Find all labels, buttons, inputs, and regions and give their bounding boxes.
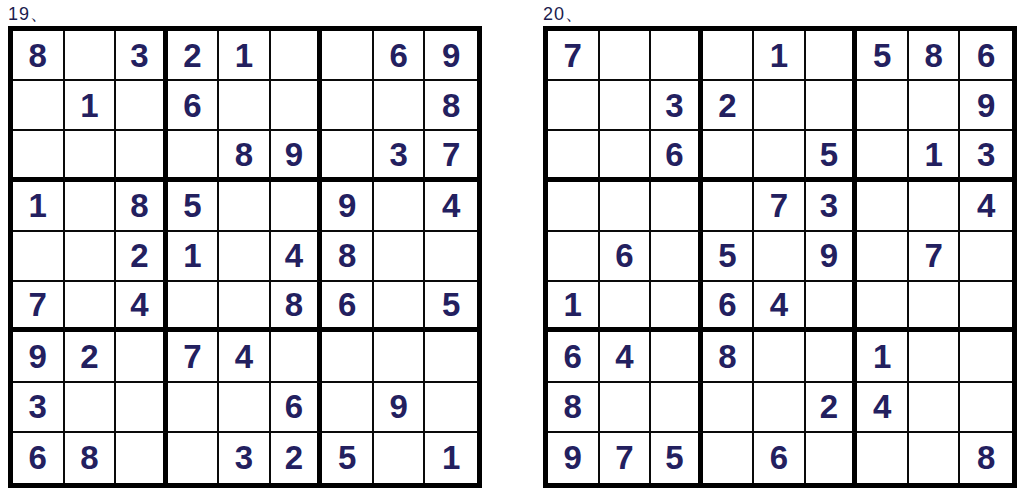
puzzle-19-label: 19、 [8,3,482,25]
cell-r8c1[interactable]: 3 [13,383,65,433]
cell-r7c9[interactable] [960,332,1012,382]
cell-r4c7[interactable] [857,182,909,232]
cell-r6c4[interactable]: 6 [703,282,755,332]
cell-r5c8[interactable] [374,232,426,282]
cell-r9c2[interactable]: 7 [600,433,652,483]
cell-r6c5[interactable] [219,282,271,332]
cell-r4c4[interactable] [703,182,755,232]
cell-r3c6[interactable]: 9 [271,131,323,181]
cell-r2c2[interactable] [600,81,652,131]
cell-r1c5[interactable]: 1 [754,31,806,81]
cell-r6c2[interactable] [65,282,117,332]
cell-r6c6[interactable]: 8 [271,282,323,332]
cell-r4c7[interactable]: 9 [322,182,374,232]
cell-r2c2[interactable]: 1 [65,81,117,131]
cell-r5c1[interactable] [13,232,65,282]
cell-r7c6[interactable] [271,332,323,382]
cell-r1c4[interactable]: 2 [168,31,220,81]
cell-r5c3[interactable]: 2 [116,232,168,282]
sudoku-board-19: 8321691688937185942148748659274369683251 [8,26,482,488]
cell-r2c5[interactable] [754,81,806,131]
cell-r5c6[interactable]: 9 [806,232,858,282]
cell-r7c8[interactable] [374,332,426,382]
cell-r3c1[interactable] [548,131,600,181]
cell-r2c3[interactable]: 3 [651,81,703,131]
cell-r4c1[interactable]: 1 [13,182,65,232]
cell-r1c9[interactable]: 9 [425,31,477,81]
cell-r3c5[interactable] [754,131,806,181]
cell-r3c1[interactable] [13,131,65,181]
cell-r5c6[interactable]: 4 [271,232,323,282]
cell-r3c2[interactable] [65,131,117,181]
cell-r5c2[interactable]: 6 [600,232,652,282]
cell-r3c7[interactable] [857,131,909,181]
cell-r4c4[interactable]: 5 [168,182,220,232]
cell-r4c8[interactable] [909,182,961,232]
cell-r8c4[interactable] [168,383,220,433]
cell-r1c8[interactable]: 6 [374,31,426,81]
cell-r4c6[interactable]: 3 [806,182,858,232]
cell-r3c9[interactable]: 3 [960,131,1012,181]
cell-r1c3[interactable] [651,31,703,81]
cell-r8c3[interactable] [651,383,703,433]
cell-r2c7[interactable] [322,81,374,131]
cell-r5c5[interactable] [219,232,271,282]
cell-r2c6[interactable] [271,81,323,131]
cell-r9c1[interactable]: 6 [13,433,65,483]
cell-r7c1[interactable]: 6 [548,332,600,382]
cell-r6c5[interactable]: 4 [754,282,806,332]
cell-r9c3[interactable] [116,433,168,483]
cell-r5c9[interactable] [425,232,477,282]
cell-r7c1[interactable]: 9 [13,332,65,382]
cell-r4c2[interactable] [65,182,117,232]
cell-r8c3[interactable] [116,383,168,433]
cell-r4c2[interactable] [600,182,652,232]
cell-r8c6[interactable]: 6 [271,383,323,433]
cell-r4c5[interactable]: 7 [754,182,806,232]
cell-r2c9[interactable]: 9 [960,81,1012,131]
cell-r8c4[interactable] [703,383,755,433]
cell-r1c4[interactable] [703,31,755,81]
puzzle-19: 19、 832169168893718594214874865927436968… [8,3,482,488]
cell-r8c5[interactable] [219,383,271,433]
cell-r2c1[interactable] [548,81,600,131]
cell-r7c6[interactable] [806,332,858,382]
cell-r1c8[interactable]: 8 [909,31,961,81]
cell-r9c6[interactable]: 2 [271,433,323,483]
cell-r8c7[interactable] [322,383,374,433]
cell-r6c1[interactable]: 1 [548,282,600,332]
cell-r6c3[interactable] [651,282,703,332]
cell-r8c8[interactable]: 9 [374,383,426,433]
cell-r1c7[interactable] [322,31,374,81]
cell-r5c9[interactable] [960,232,1012,282]
cell-r4c3[interactable] [651,182,703,232]
cell-r1c5[interactable]: 1 [219,31,271,81]
cell-r7c3[interactable] [651,332,703,382]
cell-r8c5[interactable] [754,383,806,433]
cell-r8c9[interactable] [425,383,477,433]
cell-r8c2[interactable] [600,383,652,433]
cell-r5c3[interactable] [651,232,703,282]
cell-r9c8[interactable] [374,433,426,483]
cell-r3c4[interactable] [168,131,220,181]
cell-r9c3[interactable]: 5 [651,433,703,483]
cell-r1c2[interactable] [65,31,117,81]
cell-r6c7[interactable]: 6 [322,282,374,332]
cell-r9c6[interactable] [806,433,858,483]
cell-r3c8[interactable]: 1 [909,131,961,181]
cell-r9c4[interactable] [703,433,755,483]
cell-r6c4[interactable] [168,282,220,332]
cell-r9c9[interactable]: 1 [425,433,477,483]
cell-r9c8[interactable] [909,433,961,483]
cell-r3c5[interactable]: 8 [219,131,271,181]
cell-r9c9[interactable]: 8 [960,433,1012,483]
cell-r1c6[interactable] [806,31,858,81]
cell-r9c4[interactable] [168,433,220,483]
cell-r9c7[interactable]: 5 [322,433,374,483]
cell-r6c8[interactable] [374,282,426,332]
cell-r9c7[interactable] [857,433,909,483]
cell-r4c8[interactable] [374,182,426,232]
cell-r2c8[interactable] [374,81,426,131]
cell-r3c8[interactable]: 3 [374,131,426,181]
cell-r2c9[interactable]: 8 [425,81,477,131]
cell-r7c5[interactable]: 4 [219,332,271,382]
cell-r9c1[interactable]: 9 [548,433,600,483]
cell-r6c1[interactable]: 7 [13,282,65,332]
cell-r4c5[interactable] [219,182,271,232]
cell-r7c2[interactable]: 4 [600,332,652,382]
cell-r2c6[interactable] [806,81,858,131]
cell-r5c4[interactable]: 5 [703,232,755,282]
cell-r4c6[interactable] [271,182,323,232]
cell-r3c3[interactable]: 6 [651,131,703,181]
cell-r6c9[interactable] [960,282,1012,332]
cell-r7c4[interactable]: 8 [703,332,755,382]
cell-r6c9[interactable]: 5 [425,282,477,332]
cell-r2c4[interactable]: 6 [168,81,220,131]
cell-r1c9[interactable]: 6 [960,31,1012,81]
cell-r1c1[interactable]: 8 [13,31,65,81]
cell-r4c9[interactable]: 4 [425,182,477,232]
puzzle-20: 20、 7158632965137346597164648182497568 [543,3,1017,488]
cell-r7c5[interactable] [754,332,806,382]
cell-r6c2[interactable] [600,282,652,332]
cell-r4c1[interactable] [548,182,600,232]
cell-r5c4[interactable]: 1 [168,232,220,282]
cell-r2c3[interactable] [116,81,168,131]
cell-r9c2[interactable]: 8 [65,433,117,483]
cell-r8c1[interactable]: 8 [548,383,600,433]
cell-r7c4[interactable]: 7 [168,332,220,382]
cell-r8c8[interactable] [909,383,961,433]
cell-r3c6[interactable]: 5 [806,131,858,181]
cell-r7c8[interactable] [909,332,961,382]
cell-r1c2[interactable] [600,31,652,81]
cell-r5c2[interactable] [65,232,117,282]
cell-r8c2[interactable] [65,383,117,433]
cell-r2c4[interactable]: 2 [703,81,755,131]
cell-r5c7[interactable] [857,232,909,282]
cell-r2c7[interactable] [857,81,909,131]
cell-r3c7[interactable] [322,131,374,181]
cell-r6c3[interactable]: 4 [116,282,168,332]
cell-r2c1[interactable] [13,81,65,131]
cell-r6c7[interactable] [857,282,909,332]
cell-r7c3[interactable] [116,332,168,382]
cell-r3c3[interactable] [116,131,168,181]
cell-r2c8[interactable] [909,81,961,131]
cell-r9c5[interactable]: 3 [219,433,271,483]
cell-r4c3[interactable]: 8 [116,182,168,232]
cell-r6c6[interactable] [806,282,858,332]
cell-r3c2[interactable] [600,131,652,181]
cell-r3c4[interactable] [703,131,755,181]
cell-r8c9[interactable] [960,383,1012,433]
cell-r9c5[interactable]: 6 [754,433,806,483]
cell-r7c9[interactable] [425,332,477,382]
sudoku-board-20: 7158632965137346597164648182497568 [543,26,1017,488]
cell-r7c2[interactable]: 2 [65,332,117,382]
cell-r8c6[interactable]: 2 [806,383,858,433]
puzzle-20-label: 20、 [543,3,1017,25]
cell-r7c7[interactable]: 1 [857,332,909,382]
cell-r5c1[interactable] [548,232,600,282]
cell-r8c7[interactable]: 4 [857,383,909,433]
cell-r1c3[interactable]: 3 [116,31,168,81]
cell-r6c8[interactable] [909,282,961,332]
cell-r1c6[interactable] [271,31,323,81]
page: 19、 832169168893718594214874865927436968… [0,0,1033,498]
cell-r2c5[interactable] [219,81,271,131]
cell-r5c8[interactable]: 7 [909,232,961,282]
cell-r1c1[interactable]: 7 [548,31,600,81]
cell-r1c7[interactable]: 5 [857,31,909,81]
cell-r7c7[interactable] [322,332,374,382]
cell-r5c5[interactable] [754,232,806,282]
cell-r4c9[interactable]: 4 [960,182,1012,232]
cell-r5c7[interactable]: 8 [322,232,374,282]
cell-r3c9[interactable]: 7 [425,131,477,181]
